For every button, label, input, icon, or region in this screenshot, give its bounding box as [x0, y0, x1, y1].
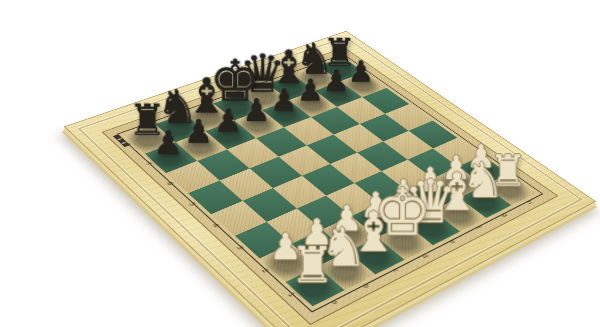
piece-black-pawn-a7[interactable]: ♟	[154, 127, 184, 160]
rank-label-7: 7	[143, 162, 152, 167]
rank-label-8: 8	[122, 143, 131, 148]
board-border: ♜♟♟♜♞♟♟♞♝♟♟♝♛♟♟♛♚♟♟♚♝♟♟♝♞♟♟♞♜♟♟♜ 8765432…	[103, 48, 557, 324]
piece-black-pawn-f7[interactable]: ♟	[297, 75, 324, 105]
file-label-c: c	[391, 268, 400, 274]
piece-black-pawn-g7[interactable]: ♟	[323, 66, 350, 96]
chessboard: ♜♟♟♜♞♟♟♞♝♟♟♝♛♟♟♛♚♟♟♚♝♟♟♝♞♟♟♞♜♟♟♜ 8765432…	[64, 31, 596, 327]
piece-white-rook-a1[interactable]: ♜	[290, 240, 334, 289]
rank-label-2: 2	[259, 268, 269, 274]
file-label-e: e	[447, 239, 456, 245]
file-label-g: g	[500, 213, 509, 218]
rank-label-5: 5	[187, 202, 197, 207]
rank-label-3: 3	[234, 245, 244, 251]
file-label-h: h	[525, 200, 534, 205]
rank-label-4: 4	[210, 223, 220, 229]
board-grid: ♜♟♟♜♞♟♟♞♝♟♟♝♛♟♟♛♚♟♟♚♝♟♟♝♞♟♟♞♜♟♟♜	[124, 57, 535, 306]
square-c6[interactable]	[227, 138, 278, 168]
chessboard-scene: ♜♟♟♜♞♟♟♞♝♟♟♝♛♟♟♛♚♟♟♚♝♟♟♝♞♟♟♞♜♟♟♜ 8765432…	[0, 0, 600, 327]
piece-black-pawn-d7[interactable]: ♟	[243, 95, 271, 126]
file-label-f: f	[474, 226, 481, 230]
rank-label-6: 6	[164, 181, 173, 186]
piece-black-pawn-e7[interactable]: ♟	[271, 85, 299, 116]
rank-label-1: 1	[285, 292, 295, 299]
file-label-d: d	[420, 253, 429, 259]
piece-black-pawn-b7[interactable]: ♟	[184, 116, 213, 148]
wooden-frame: ♜♟♟♜♞♟♟♞♝♟♟♝♛♟♟♛♚♟♟♚♝♟♟♝♞♟♟♞♜♟♟♜ 8765432…	[64, 31, 596, 327]
piece-black-pawn-h7[interactable]: ♟	[348, 57, 374, 86]
piece-black-pawn-c7[interactable]: ♟	[214, 105, 243, 137]
